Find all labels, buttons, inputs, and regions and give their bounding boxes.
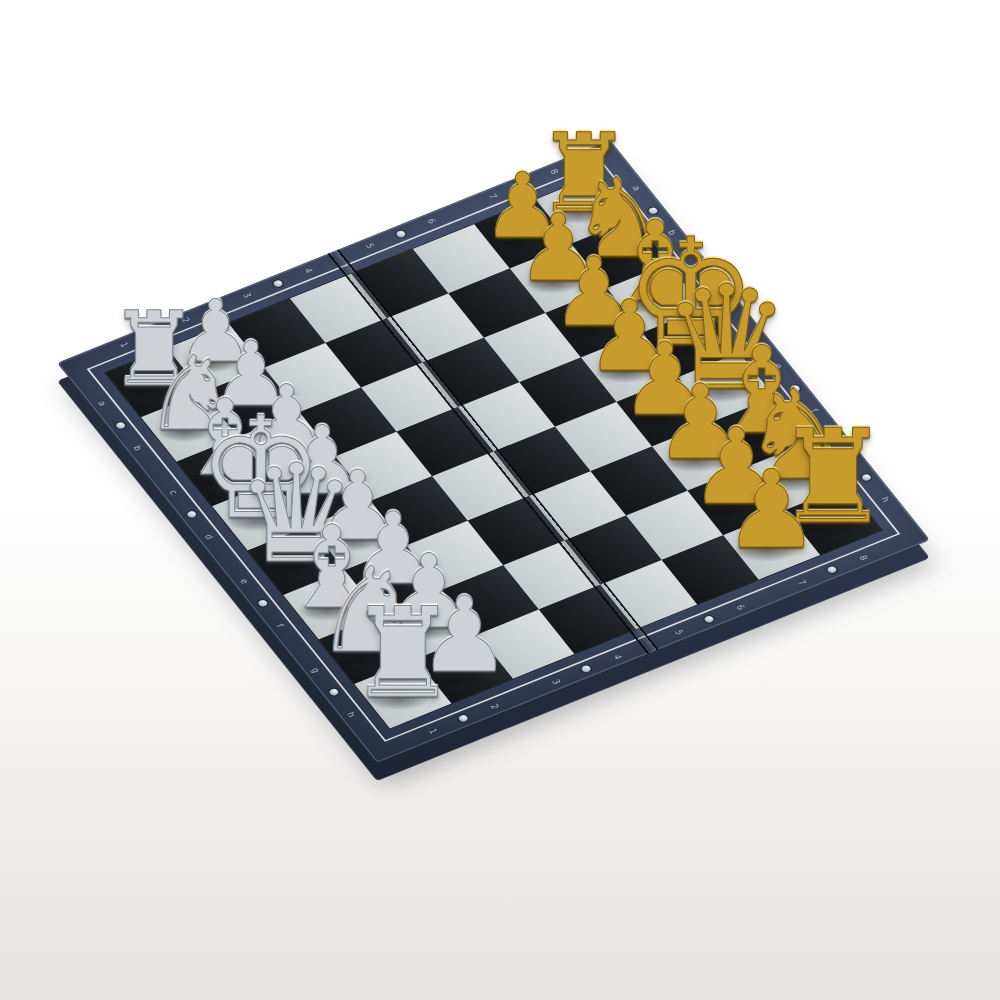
coordinate-label-5: 5 [673, 629, 685, 636]
frame-screw [789, 384, 801, 393]
coordinate-label-d: d [737, 318, 749, 325]
coordinate-label-7: 7 [487, 193, 499, 200]
coordinate-label-f: f [809, 408, 819, 414]
coordinate-label-b: b [666, 229, 678, 236]
coordinate-label-6: 6 [425, 217, 437, 224]
chess-set-photo-scene: aa88bb77cc66dd55ee44ff33gg22hh11 ♜♟♞♟♝♟♚… [0, 0, 1000, 1000]
coordinate-label-6: 6 [734, 604, 746, 611]
frame-screw [580, 665, 592, 674]
frame-screw [860, 473, 872, 482]
frame-screw [186, 510, 198, 519]
coordinate-label-7: 7 [796, 579, 808, 586]
coordinate-label-1: 1 [118, 341, 130, 348]
chess-board-frame: aa88bb77cc66dd55ee44ff33gg22hh11 [57, 140, 930, 763]
frame-screw [115, 421, 127, 430]
frame-screw [718, 295, 730, 304]
coordinate-label-3: 3 [550, 678, 562, 685]
frame-screw [328, 688, 340, 697]
coordinate-label-a: a [630, 185, 642, 192]
coordinate-label-g: g [309, 667, 321, 674]
frame-screw [647, 206, 659, 215]
coordinate-label-e: e [773, 362, 785, 369]
coordinate-label-8: 8 [857, 554, 869, 561]
coordinate-label-g: g [844, 451, 856, 458]
coordinate-label-f: f [275, 623, 285, 629]
frame-screw [518, 180, 530, 189]
frame-screw [272, 279, 284, 288]
coordinate-label-c: c [702, 274, 713, 281]
coordinate-label-2: 2 [179, 317, 191, 324]
coordinate-label-h: h [879, 496, 891, 503]
coordinate-label-c: c [167, 489, 178, 496]
coordinate-label-3: 3 [241, 292, 253, 299]
coordinate-label-a: a [96, 400, 108, 407]
frame-screw [149, 329, 161, 338]
coordinate-label-e: e [238, 578, 250, 585]
frame-screw [703, 615, 715, 624]
frame-screw [257, 599, 269, 608]
coordinate-label-4: 4 [302, 267, 314, 274]
coordinate-label-5: 5 [364, 242, 376, 249]
frame-screw [457, 714, 469, 723]
coordinate-label-8: 8 [548, 168, 560, 175]
frame-screw [395, 230, 407, 239]
frame-screw [826, 565, 838, 574]
coordinate-label-4: 4 [611, 653, 623, 660]
coordinate-label-b: b [132, 444, 144, 451]
coordinate-label-2: 2 [489, 703, 501, 710]
coordinate-label-h: h [345, 711, 357, 718]
coordinate-label-d: d [203, 533, 215, 540]
coordinate-label-1: 1 [427, 728, 439, 735]
